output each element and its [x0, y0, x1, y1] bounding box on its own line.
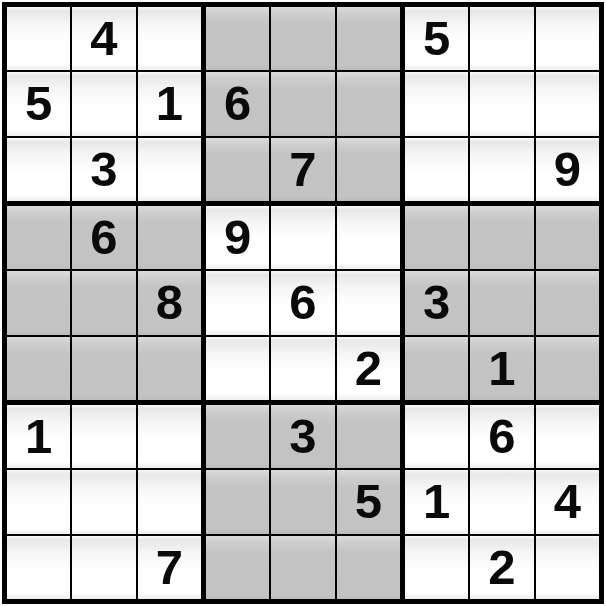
- given-digit: 9: [224, 213, 251, 262]
- cell-r8c2[interactable]: [72, 470, 135, 533]
- given-digit: 5: [423, 14, 450, 63]
- cell-r2c8[interactable]: [470, 72, 533, 135]
- given-digit: 6: [90, 213, 117, 262]
- cell-r7c6[interactable]: [337, 405, 400, 468]
- cell-r2c9[interactable]: [536, 72, 599, 135]
- cell-r4c4[interactable]: 9: [206, 206, 269, 269]
- given-digit: 1: [156, 79, 183, 128]
- cell-r5c7[interactable]: 3: [405, 271, 468, 334]
- cell-r5c2[interactable]: [72, 271, 135, 334]
- box-r2c1: 35: [206, 405, 400, 599]
- given-digit: 2: [488, 543, 515, 592]
- cell-r6c8[interactable]: 1: [470, 337, 533, 400]
- cell-r2c5[interactable]: [271, 72, 334, 135]
- cell-r7c1[interactable]: 1: [7, 405, 70, 468]
- box-r1c1: 962: [206, 206, 400, 400]
- cell-r1c3[interactable]: [138, 7, 201, 70]
- given-digit: 3: [423, 278, 450, 327]
- cell-r2c2[interactable]: [72, 72, 135, 135]
- cell-r1c2[interactable]: 4: [72, 7, 135, 70]
- cell-r3c8[interactable]: [470, 138, 533, 201]
- cell-r5c3[interactable]: 8: [138, 271, 201, 334]
- cell-r2c4[interactable]: 6: [206, 72, 269, 135]
- cell-r4c3[interactable]: [138, 206, 201, 269]
- cell-r6c6[interactable]: 2: [337, 337, 400, 400]
- given-digit: 4: [90, 14, 117, 63]
- cell-r1c9[interactable]: [536, 7, 599, 70]
- cell-r8c3[interactable]: [138, 470, 201, 533]
- cell-r2c6[interactable]: [337, 72, 400, 135]
- cell-r4c2[interactable]: 6: [72, 206, 135, 269]
- cell-r2c3[interactable]: 1: [138, 72, 201, 135]
- given-digit: 4: [554, 477, 581, 526]
- cell-r5c8[interactable]: [470, 271, 533, 334]
- cell-r1c8[interactable]: [470, 7, 533, 70]
- given-digit: 8: [156, 278, 183, 327]
- given-digit: 3: [90, 145, 117, 194]
- cell-r1c5[interactable]: [271, 7, 334, 70]
- sudoku-grid: 45136759689623117356142: [2, 2, 604, 604]
- given-digit: 5: [355, 477, 382, 526]
- given-digit: 2: [355, 344, 382, 393]
- box-r1c0: 68: [7, 206, 201, 400]
- cell-r7c3[interactable]: [138, 405, 201, 468]
- box-r0c0: 4513: [7, 7, 201, 201]
- cell-r7c2[interactable]: [72, 405, 135, 468]
- cell-r6c4[interactable]: [206, 337, 269, 400]
- cell-r6c7[interactable]: [405, 337, 468, 400]
- box-r2c2: 6142: [405, 405, 599, 599]
- cell-r1c1[interactable]: [7, 7, 70, 70]
- given-digit: 1: [25, 412, 52, 461]
- cell-r9c6[interactable]: [337, 536, 400, 599]
- cell-r9c5[interactable]: [271, 536, 334, 599]
- cell-r3c4[interactable]: [206, 138, 269, 201]
- cell-r9c9[interactable]: [536, 536, 599, 599]
- given-digit: 7: [289, 145, 316, 194]
- cell-r8c4[interactable]: [206, 470, 269, 533]
- given-digit: 9: [554, 145, 581, 194]
- cell-r4c1[interactable]: [7, 206, 70, 269]
- cell-r5c4[interactable]: [206, 271, 269, 334]
- cell-r1c4[interactable]: [206, 7, 269, 70]
- given-digit: 1: [423, 477, 450, 526]
- given-digit: 6: [488, 412, 515, 461]
- given-digit: 3: [289, 412, 316, 461]
- given-digit: 1: [488, 344, 515, 393]
- cell-r6c1[interactable]: [7, 337, 70, 400]
- cell-r5c1[interactable]: [7, 271, 70, 334]
- cell-r4c5[interactable]: [271, 206, 334, 269]
- cell-r9c4[interactable]: [206, 536, 269, 599]
- cell-r7c4[interactable]: [206, 405, 269, 468]
- cell-r9c1[interactable]: [7, 536, 70, 599]
- cell-r6c3[interactable]: [138, 337, 201, 400]
- cell-r9c7[interactable]: [405, 536, 468, 599]
- box-r1c2: 31: [405, 206, 599, 400]
- cell-r3c9[interactable]: 9: [536, 138, 599, 201]
- cell-r4c6[interactable]: [337, 206, 400, 269]
- cell-r7c5[interactable]: 3: [271, 405, 334, 468]
- box-r0c1: 67: [206, 7, 400, 201]
- given-digit: 6: [224, 79, 251, 128]
- given-digit: 5: [25, 79, 52, 128]
- cell-r5c6[interactable]: [337, 271, 400, 334]
- cell-r5c5[interactable]: 6: [271, 271, 334, 334]
- cell-r3c7[interactable]: [405, 138, 468, 201]
- cell-r2c1[interactable]: 5: [7, 72, 70, 135]
- cell-r3c1[interactable]: [7, 138, 70, 201]
- sudoku-board: 45136759689623117356142: [0, 0, 606, 606]
- cell-r1c6[interactable]: [337, 7, 400, 70]
- cell-r5c9[interactable]: [536, 271, 599, 334]
- cell-r3c6[interactable]: [337, 138, 400, 201]
- box-r2c0: 17: [7, 405, 201, 599]
- cell-r8c6[interactable]: 5: [337, 470, 400, 533]
- given-digit: 7: [156, 543, 183, 592]
- cell-r1c7[interactable]: 5: [405, 7, 468, 70]
- cell-r9c2[interactable]: [72, 536, 135, 599]
- cell-r2c7[interactable]: [405, 72, 468, 135]
- cell-r6c2[interactable]: [72, 337, 135, 400]
- cell-r8c5[interactable]: [271, 470, 334, 533]
- cell-r3c2[interactable]: 3: [72, 138, 135, 201]
- cell-r7c8[interactable]: 6: [470, 405, 533, 468]
- cell-r7c7[interactable]: [405, 405, 468, 468]
- cell-r8c7[interactable]: 1: [405, 470, 468, 533]
- cell-r9c3[interactable]: 7: [138, 536, 201, 599]
- cell-r8c8[interactable]: [470, 470, 533, 533]
- box-r0c2: 59: [405, 7, 599, 201]
- cell-r4c9[interactable]: [536, 206, 599, 269]
- given-digit: 6: [289, 278, 316, 327]
- cell-r8c9[interactable]: 4: [536, 470, 599, 533]
- cell-r7c9[interactable]: [536, 405, 599, 468]
- cell-r4c7[interactable]: [405, 206, 468, 269]
- cell-r6c9[interactable]: [536, 337, 599, 400]
- cell-r3c5[interactable]: 7: [271, 138, 334, 201]
- cell-r4c8[interactable]: [470, 206, 533, 269]
- cell-r6c5[interactable]: [271, 337, 334, 400]
- cell-r9c8[interactable]: 2: [470, 536, 533, 599]
- cell-r3c3[interactable]: [138, 138, 201, 201]
- cell-r8c1[interactable]: [7, 470, 70, 533]
